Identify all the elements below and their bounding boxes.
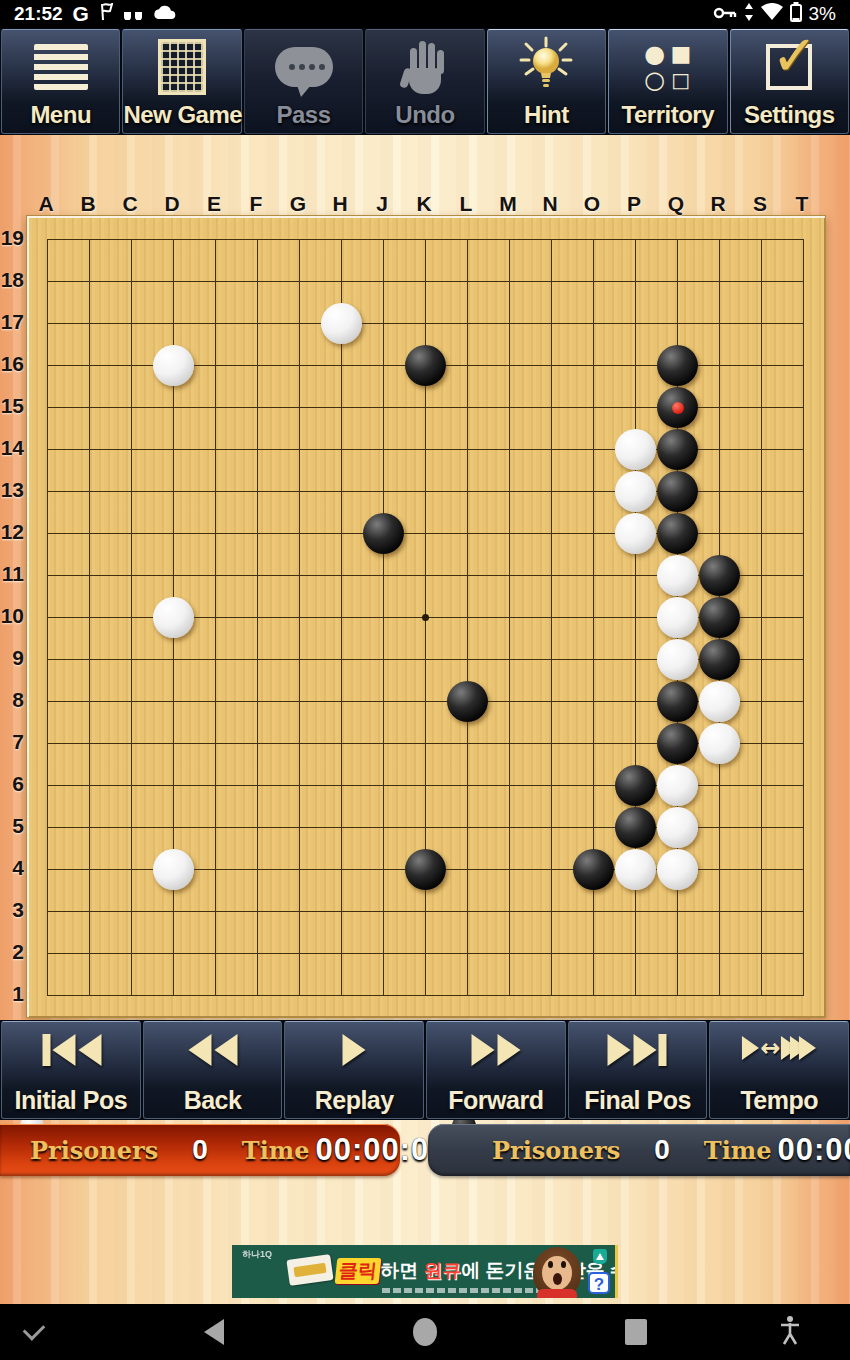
menu-label: Menu: [2, 101, 119, 129]
black-stone-Q13: [657, 471, 698, 512]
black-stone-O4: [573, 849, 614, 890]
row-label-18: 18: [0, 268, 24, 292]
white-stone-P14: [615, 429, 656, 470]
row-label-5: 5: [0, 814, 24, 838]
white-stone-R8: [699, 681, 740, 722]
column-label-D: D: [160, 192, 184, 216]
shapes-icon: ●■ ○□: [642, 41, 694, 93]
replay-button[interactable]: Replay: [284, 1021, 424, 1119]
black-stone-J12: [363, 513, 404, 554]
prisoners-label: Prisoners: [492, 1136, 620, 1165]
column-label-H: H: [328, 192, 352, 216]
black-time-value: 00:00:01: [777, 1132, 850, 1168]
row-label-16: 16: [0, 352, 24, 376]
checkbox-icon: ✓: [766, 44, 812, 90]
black-stone-K4: [405, 849, 446, 890]
flag-icon: [99, 3, 113, 26]
undo-button[interactable]: Undo: [365, 29, 484, 134]
surprised-face-image: [533, 1247, 581, 1297]
row-label-17: 17: [0, 310, 24, 334]
row-label-8: 8: [0, 688, 24, 712]
column-label-J: J: [370, 192, 394, 216]
row-label-7: 7: [0, 730, 24, 754]
column-label-K: K: [412, 192, 436, 216]
column-label-F: F: [244, 192, 268, 216]
tempo-button[interactable]: ↔ Tempo: [709, 1021, 849, 1119]
ad-banner[interactable]: 하나1Q 클릭하면 원큐에 돈기운을 받을 수 있다? ?: [232, 1245, 618, 1298]
lightbulb-icon: [517, 36, 575, 98]
menu-button[interactable]: Menu: [1, 29, 120, 134]
white-stone-D16: [153, 345, 194, 386]
black-stone-R11: [699, 555, 740, 596]
back-icon[interactable]: [204, 1319, 224, 1345]
black-stone-Q16: [657, 345, 698, 386]
money-package-icon: [286, 1254, 333, 1286]
black-stone-Q7: [657, 723, 698, 764]
column-label-E: E: [202, 192, 226, 216]
black-stone-K16: [405, 345, 446, 386]
home-icon[interactable]: [413, 1318, 437, 1346]
black-prisoners-count: 0: [654, 1134, 670, 1166]
fast-forward-icon: [471, 1034, 520, 1066]
recents-icon[interactable]: [625, 1319, 647, 1345]
initial-pos-button[interactable]: Initial Pos: [1, 1021, 141, 1119]
pass-label: Pass: [245, 101, 362, 129]
accessibility-icon[interactable]: [779, 1315, 801, 1349]
white-stone-Q9: [657, 639, 698, 680]
row-label-12: 12: [0, 520, 24, 544]
ad-shield-icon: [593, 1249, 607, 1264]
menu-icon: [34, 44, 88, 90]
last-move-marker: [672, 402, 684, 414]
hint-button[interactable]: Hint: [487, 29, 606, 134]
rewind-icon: [188, 1034, 237, 1066]
white-stone-P13: [615, 471, 656, 512]
white-stone-D10: [153, 597, 194, 638]
column-label-B: B: [76, 192, 100, 216]
column-label-P: P: [622, 192, 646, 216]
cloud-icon: [153, 3, 177, 25]
go-app-screen: 21:52 G 3%: [0, 0, 850, 1360]
top-toolbar: Menu New Game Pass Undo: [0, 28, 850, 135]
row-label-9: 9: [0, 646, 24, 670]
column-label-Q: Q: [664, 192, 688, 216]
skip-to-end-icon: [607, 1034, 668, 1066]
column-label-O: O: [580, 192, 604, 216]
vpn-key-icon: [713, 3, 737, 25]
row-label-15: 15: [0, 394, 24, 418]
black-stone-Q14: [657, 429, 698, 470]
replay-toolbar: Initial Pos Back Replay Forward Final Po…: [0, 1020, 850, 1120]
white-stone-H17: [321, 303, 362, 344]
white-stone-P4: [615, 849, 656, 890]
tempo-icon: ↔: [742, 1034, 816, 1062]
column-label-L: L: [454, 192, 478, 216]
skip-to-start-icon: [40, 1034, 101, 1066]
row-label-11: 11: [0, 562, 24, 586]
white-stone-P12: [615, 513, 656, 554]
territory-label: Territory: [609, 101, 726, 129]
wifi-icon: [761, 3, 783, 25]
column-label-A: A: [34, 192, 58, 216]
carrier-g-icon: G: [73, 2, 89, 26]
hand-icon: [402, 40, 448, 94]
final-pos-button[interactable]: Final Pos: [568, 1021, 708, 1119]
go-board[interactable]: [26, 215, 826, 1018]
two-dots-icon: [123, 3, 143, 25]
black-stone-P5: [615, 807, 656, 848]
column-label-S: S: [748, 192, 772, 216]
undo-label: Undo: [366, 101, 483, 129]
settings-label: Settings: [731, 101, 848, 129]
row-label-19: 19: [0, 226, 24, 250]
data-updown-icon: [744, 3, 754, 26]
white-stone-R7: [699, 723, 740, 764]
white-stone-Q11: [657, 555, 698, 596]
white-stone-D4: [153, 849, 194, 890]
white-stone-Q5: [657, 807, 698, 848]
new-game-label: New Game: [123, 101, 240, 129]
chevron-down-icon[interactable]: [23, 1318, 46, 1341]
battery-percent: 3%: [809, 3, 836, 25]
status-bar: 21:52 G 3%: [0, 0, 850, 28]
hint-label: Hint: [488, 101, 605, 129]
row-label-10: 10: [0, 604, 24, 628]
column-label-G: G: [286, 192, 310, 216]
black-stone-L8: [447, 681, 488, 722]
white-player-bar: Prisoners 0 Time 00:00:00: [0, 1124, 400, 1176]
back-button[interactable]: Back: [143, 1021, 283, 1119]
android-nav-bar: [0, 1304, 850, 1360]
column-label-M: M: [496, 192, 520, 216]
row-label-14: 14: [0, 436, 24, 460]
clock: 21:52: [14, 3, 63, 25]
ad-brand: 하나1Q: [242, 1248, 272, 1261]
new-game-button[interactable]: New Game: [122, 29, 241, 134]
row-label-4: 4: [0, 856, 24, 880]
speech-bubble-icon: [275, 47, 333, 87]
white-stone-Q4: [657, 849, 698, 890]
pass-button[interactable]: Pass: [244, 29, 363, 134]
ad-click-badge: 클릭: [335, 1258, 382, 1284]
white-stone-Q10: [657, 597, 698, 638]
ad-info-question-icon[interactable]: ?: [588, 1272, 610, 1294]
row-label-1: 1: [0, 982, 24, 1006]
board-grid-icon: [158, 39, 206, 95]
white-prisoners-count: 0: [192, 1134, 208, 1166]
row-label-13: 13: [0, 478, 24, 502]
black-stone-Q12: [657, 513, 698, 554]
black-player-bar: Prisoners 0 Time 00:00:01: [428, 1124, 850, 1176]
settings-button[interactable]: ✓ Settings: [730, 29, 849, 134]
black-stone-Q15: [657, 387, 698, 428]
territory-button[interactable]: ●■ ○□ Territory: [608, 29, 727, 134]
black-stone-R10: [699, 597, 740, 638]
row-label-3: 3: [0, 898, 24, 922]
column-label-C: C: [118, 192, 142, 216]
ad-fineprint: [382, 1288, 542, 1293]
forward-button[interactable]: Forward: [426, 1021, 566, 1119]
play-icon: [343, 1034, 366, 1066]
time-label: Time: [242, 1136, 310, 1165]
star-point-K10: [422, 614, 429, 621]
black-stone-Q8: [657, 681, 698, 722]
white-stone-Q6: [657, 765, 698, 806]
prisoners-label: Prisoners: [30, 1136, 158, 1165]
black-stone-P6: [615, 765, 656, 806]
row-label-6: 6: [0, 772, 24, 796]
column-label-N: N: [538, 192, 562, 216]
column-label-R: R: [706, 192, 730, 216]
black-stone-R9: [699, 639, 740, 680]
time-label: Time: [704, 1136, 772, 1165]
column-label-T: T: [790, 192, 814, 216]
row-label-2: 2: [0, 940, 24, 964]
